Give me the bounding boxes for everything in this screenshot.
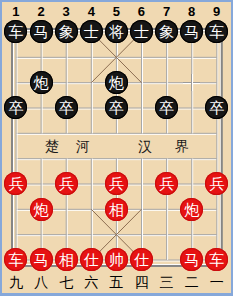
piece-glyph: 马	[184, 248, 199, 271]
piece-glyph: 相	[109, 198, 124, 221]
file-label-1: 1	[3, 3, 28, 19]
piece-black-soldier[interactable]: 卒	[205, 96, 228, 119]
piece-glyph: 象	[59, 20, 74, 43]
piece-red-elephant[interactable]: 相	[105, 198, 128, 221]
piece-glyph: 将	[109, 20, 124, 43]
file-label-7: 7	[154, 3, 179, 19]
piece-black-soldier[interactable]: 卒	[105, 96, 128, 119]
piece-glyph: 仕	[84, 248, 99, 271]
piece-glyph: 士	[84, 20, 99, 43]
piece-glyph: 卒	[159, 96, 174, 119]
piece-glyph: 帅	[109, 248, 124, 271]
xiangqi-board-window: 1 2 3 4 5 6 7 8 9 楚 河 汉 界 车马象士将士象马车炮炮卒卒卒…	[0, 0, 233, 296]
piece-red-soldier[interactable]: 兵	[4, 172, 27, 195]
piece-red-general[interactable]: 帅	[105, 248, 128, 271]
piece-glyph: 仕	[134, 248, 149, 271]
piece-black-soldier[interactable]: 卒	[155, 96, 178, 119]
piece-glyph: 车	[8, 248, 23, 271]
file-label-red-1: 一	[204, 274, 229, 292]
file-label-red-5: 五	[104, 274, 129, 292]
piece-glyph: 卒	[209, 96, 224, 119]
piece-red-elephant[interactable]: 相	[55, 248, 78, 271]
file-label-red-4: 四	[129, 274, 154, 292]
file-label-4: 4	[79, 3, 104, 19]
piece-red-cannon[interactable]: 炮	[30, 198, 53, 221]
piece-glyph: 兵	[59, 172, 74, 195]
piece-black-soldier[interactable]: 卒	[55, 96, 78, 119]
piece-red-soldier[interactable]: 兵	[105, 172, 128, 195]
piece-black-chariot[interactable]: 车	[4, 20, 27, 43]
file-label-red-8: 八	[29, 274, 54, 292]
piece-glyph: 炮	[184, 198, 199, 221]
piece-glyph: 兵	[109, 172, 124, 195]
piece-black-cannon[interactable]: 炮	[30, 71, 53, 94]
file-label-red-9: 九	[3, 274, 28, 292]
point-marker	[179, 70, 204, 95]
piece-glyph: 炮	[34, 198, 49, 221]
file-label-9: 9	[204, 3, 229, 19]
file-label-red-7: 七	[54, 274, 79, 292]
piece-glyph: 兵	[159, 172, 174, 195]
file-label-3: 3	[54, 3, 79, 19]
piece-black-cannon[interactable]: 炮	[105, 71, 128, 94]
piece-red-soldier[interactable]: 兵	[155, 172, 178, 195]
piece-red-cannon[interactable]: 炮	[180, 198, 203, 221]
piece-red-chariot[interactable]: 车	[205, 248, 228, 271]
file-labels-bottom: 九 八 七 六 五 四 三 二 一	[3, 274, 229, 290]
piece-glyph: 象	[159, 20, 174, 43]
piece-red-advisor[interactable]: 仕	[80, 248, 103, 271]
piece-black-elephant[interactable]: 象	[155, 20, 178, 43]
file-label-red-2: 二	[179, 274, 204, 292]
file-label-8: 8	[179, 3, 204, 19]
piece-glyph: 炮	[34, 71, 49, 94]
file-label-red-6: 六	[79, 274, 104, 292]
piece-glyph: 车	[209, 248, 224, 271]
piece-red-horse[interactable]: 马	[180, 248, 203, 271]
piece-glyph: 卒	[109, 96, 124, 119]
piece-red-horse[interactable]: 马	[30, 248, 53, 271]
piece-glyph: 卒	[8, 96, 23, 119]
piece-black-advisor[interactable]: 士	[80, 20, 103, 43]
piece-glyph: 马	[184, 20, 199, 43]
piece-black-advisor[interactable]: 士	[130, 20, 153, 43]
board[interactable]: 车马象士将士象马车炮炮卒卒卒卒卒兵兵兵兵兵炮相炮车马相仕帅仕马车	[3, 19, 229, 272]
piece-black-horse[interactable]: 马	[180, 20, 203, 43]
piece-black-elephant[interactable]: 象	[55, 20, 78, 43]
piece-red-advisor[interactable]: 仕	[130, 248, 153, 271]
file-label-5: 5	[104, 3, 129, 19]
piece-glyph: 兵	[8, 172, 23, 195]
piece-glyph: 相	[59, 248, 74, 271]
file-labels-top: 1 2 3 4 5 6 7 8 9	[3, 3, 229, 19]
file-label-2: 2	[29, 3, 54, 19]
piece-red-soldier[interactable]: 兵	[55, 172, 78, 195]
piece-glyph: 卒	[59, 96, 74, 119]
piece-glyph: 马	[34, 20, 49, 43]
piece-black-general[interactable]: 将	[105, 20, 128, 43]
file-label-6: 6	[129, 3, 154, 19]
piece-red-soldier[interactable]: 兵	[205, 172, 228, 195]
piece-glyph: 炮	[109, 71, 124, 94]
piece-black-soldier[interactable]: 卒	[4, 96, 27, 119]
piece-black-horse[interactable]: 马	[30, 20, 53, 43]
piece-glyph: 兵	[209, 172, 224, 195]
piece-glyph: 马	[34, 248, 49, 271]
piece-glyph: 士	[134, 20, 149, 43]
piece-glyph: 车	[8, 20, 23, 43]
file-label-red-3: 三	[154, 274, 179, 292]
piece-black-chariot[interactable]: 车	[205, 20, 228, 43]
piece-red-chariot[interactable]: 车	[4, 248, 27, 271]
piece-glyph: 车	[209, 20, 224, 43]
